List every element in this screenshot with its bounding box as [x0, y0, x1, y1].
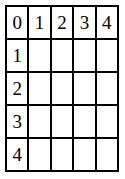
cell-r4c3[interactable]: [74, 139, 94, 170]
row-header-4: 4: [7, 139, 27, 170]
cell-r3c4[interactable]: [97, 106, 117, 137]
cell-r3c1[interactable]: [29, 106, 49, 137]
col-header-1: 1: [29, 7, 49, 38]
origin-header: 0: [7, 7, 27, 38]
cell-r2c2[interactable]: [52, 73, 72, 104]
col-header-2: 2: [52, 7, 72, 38]
puzzle-grid: 012341234: [5, 5, 119, 172]
cell-r4c1[interactable]: [29, 139, 49, 170]
cell-r1c3[interactable]: [74, 40, 94, 71]
cell-r2c4[interactable]: [97, 73, 117, 104]
cell-r4c4[interactable]: [97, 139, 117, 170]
cell-r2c3[interactable]: [74, 73, 94, 104]
cell-r4c2[interactable]: [52, 139, 72, 170]
cell-r1c4[interactable]: [97, 40, 117, 71]
cell-r1c2[interactable]: [52, 40, 72, 71]
cell-r1c1[interactable]: [29, 40, 49, 71]
cell-r2c1[interactable]: [29, 73, 49, 104]
cell-r3c3[interactable]: [74, 106, 94, 137]
row-header-2: 2: [7, 73, 27, 104]
col-header-3: 3: [74, 7, 94, 38]
row-header-1: 1: [7, 40, 27, 71]
row-header-3: 3: [7, 106, 27, 137]
cell-r3c2[interactable]: [52, 106, 72, 137]
col-header-4: 4: [97, 7, 117, 38]
page: 012341234: [0, 0, 125, 179]
